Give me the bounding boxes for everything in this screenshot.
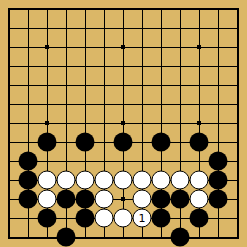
white-stone[interactable] xyxy=(171,171,190,190)
black-stone[interactable] xyxy=(57,228,76,247)
black-stone[interactable] xyxy=(19,190,38,209)
star-point xyxy=(45,121,49,125)
black-stone[interactable] xyxy=(171,228,190,247)
white-stone[interactable] xyxy=(114,209,133,228)
white-stone[interactable] xyxy=(57,171,76,190)
black-stone[interactable] xyxy=(152,190,171,209)
black-stone[interactable] xyxy=(152,133,171,152)
white-stone[interactable] xyxy=(76,171,95,190)
white-stone[interactable] xyxy=(38,190,57,209)
black-stone[interactable] xyxy=(152,209,171,228)
go-board[interactable]: 1 xyxy=(0,0,247,247)
black-stone[interactable] xyxy=(76,209,95,228)
white-stone-move-1[interactable]: 1 xyxy=(133,209,152,228)
black-stone[interactable] xyxy=(38,133,57,152)
star-point xyxy=(121,45,125,49)
black-stone[interactable] xyxy=(76,190,95,209)
black-stone[interactable] xyxy=(190,209,209,228)
black-stone[interactable] xyxy=(76,133,95,152)
star-point xyxy=(121,121,125,125)
star-point xyxy=(45,45,49,49)
star-point xyxy=(121,197,125,201)
black-stone[interactable] xyxy=(57,190,76,209)
white-stone[interactable] xyxy=(38,171,57,190)
star-point xyxy=(197,45,201,49)
white-stone[interactable] xyxy=(190,190,209,209)
black-stone[interactable] xyxy=(190,133,209,152)
black-stone[interactable] xyxy=(209,152,228,171)
white-stone[interactable] xyxy=(95,171,114,190)
black-stone[interactable] xyxy=(209,190,228,209)
white-stone[interactable] xyxy=(95,190,114,209)
white-stone[interactable] xyxy=(95,209,114,228)
white-stone[interactable] xyxy=(133,171,152,190)
white-stone[interactable] xyxy=(133,190,152,209)
black-stone[interactable] xyxy=(114,133,133,152)
black-stone[interactable] xyxy=(209,171,228,190)
black-stone[interactable] xyxy=(19,171,38,190)
white-stone[interactable] xyxy=(152,171,171,190)
black-stone[interactable] xyxy=(38,209,57,228)
white-stone[interactable] xyxy=(114,171,133,190)
black-stone[interactable] xyxy=(171,190,190,209)
move-number-label: 1 xyxy=(139,213,146,224)
star-point xyxy=(197,121,201,125)
white-stone[interactable] xyxy=(190,171,209,190)
black-stone[interactable] xyxy=(19,152,38,171)
